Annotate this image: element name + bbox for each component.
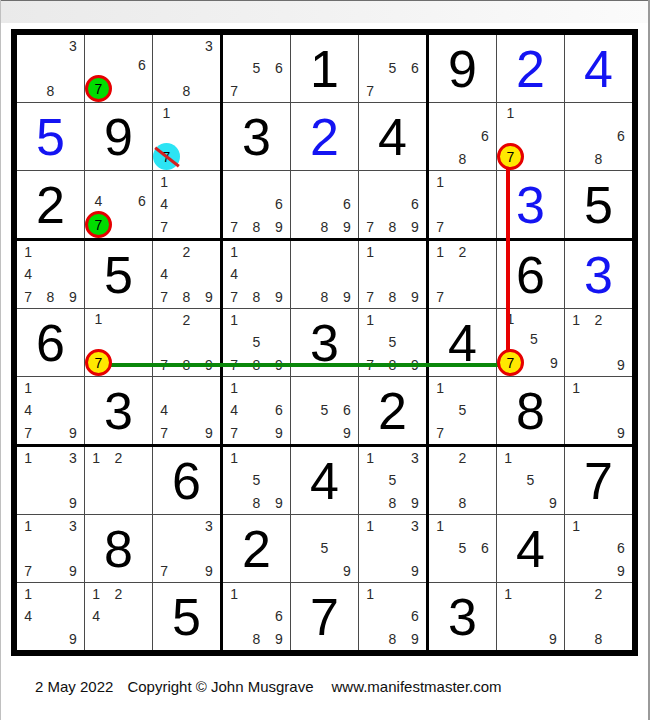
given-digit: 3 <box>104 385 133 437</box>
candidate-8: 8 <box>587 148 609 170</box>
candidate-9: 9 <box>62 492 84 514</box>
cell-r4c1[interactable]: 14789 <box>17 241 84 308</box>
given-digit: 8 <box>104 523 133 575</box>
cell-r7c8[interactable]: 159 <box>497 447 564 514</box>
cell-r5c1[interactable]: 6 <box>17 309 84 376</box>
candidate-1: 1 <box>17 583 39 605</box>
candidate-5: 5 <box>245 331 267 353</box>
cell-r7c7[interactable]: 28 <box>429 447 496 514</box>
candidate-2: 2 <box>587 309 609 331</box>
footer-website: www.manifestmaster.com <box>332 678 502 695</box>
candidate-grid: 17 <box>153 103 220 170</box>
cell-r7c1[interactable]: 139 <box>17 447 84 514</box>
candidate-9: 9 <box>542 628 564 650</box>
cell-r9c9[interactable]: 28 <box>565 583 632 650</box>
candidate-9: 9 <box>62 628 84 650</box>
candidate-6: 6 <box>268 193 290 215</box>
candidate-1: 1 <box>359 309 381 331</box>
solved-digit: 3 <box>516 179 545 231</box>
candidate-5: 5 <box>313 537 335 559</box>
candidate-1: 1 <box>497 309 524 329</box>
candidate-2: 2 <box>107 583 129 605</box>
candidate-grid: 38 <box>17 35 84 102</box>
cell-r2c6[interactable]: 4 <box>359 103 426 170</box>
cell-r9c3[interactable]: 5 <box>153 583 220 650</box>
circled-candidate-7: 7 <box>497 143 524 170</box>
candidate-7: 7 <box>359 80 381 102</box>
cell-r8c7[interactable]: 156 <box>429 515 496 582</box>
given-digit: 2 <box>36 179 65 231</box>
candidate-grid: 14679 <box>223 377 290 444</box>
candidate-4: 4 <box>223 399 245 421</box>
cell-r9c8[interactable]: 19 <box>497 583 564 650</box>
candidate-1: 1 <box>497 103 524 123</box>
given-digit: 7 <box>584 455 613 507</box>
candidate-7: 7 <box>17 560 39 582</box>
cell-r9c6[interactable]: 1689 <box>359 583 426 650</box>
candidate-grid: 169 <box>565 515 632 582</box>
candidate-1: 1 <box>223 447 245 469</box>
candidate-5: 5 <box>451 399 473 421</box>
candidate-9: 9 <box>198 422 220 444</box>
circled-candidate-7: 7 <box>85 75 112 102</box>
candidate-grid: 149 <box>17 583 84 650</box>
candidate-grid: 17 <box>429 171 496 238</box>
candidate-grid: 156 <box>429 515 496 582</box>
candidate-5: 5 <box>524 329 544 349</box>
candidate-9: 9 <box>404 560 426 582</box>
candidate-5: 5 <box>381 469 403 491</box>
candidate-8: 8 <box>381 628 403 650</box>
cell-r9c7[interactable]: 3 <box>429 583 496 650</box>
footer: 2 May 2022Copyright © John Musgravewww.m… <box>1 656 648 720</box>
candidate-grid: 67 <box>85 35 152 102</box>
candidate-1: 1 <box>17 377 39 399</box>
candidate-4: 4 <box>85 605 107 627</box>
cell-r8c3[interactable]: 379 <box>153 515 220 582</box>
candidate-8: 8 <box>175 80 197 102</box>
candidate-2: 2 <box>451 447 473 469</box>
chain-link-line-green <box>96 363 508 367</box>
candidate-4: 4 <box>153 193 175 215</box>
candidate-7: 7 <box>153 422 175 444</box>
candidate-6: 6 <box>404 193 426 215</box>
candidate-8: 8 <box>381 492 403 514</box>
candidate-1: 1 <box>429 241 451 263</box>
candidate-grid: 19 <box>497 583 564 650</box>
candidate-grid: 139 <box>359 515 426 582</box>
candidate-7: 7 <box>359 216 381 238</box>
cell-r3c9[interactable]: 5 <box>565 171 632 238</box>
cell-r6c8[interactable]: 8 <box>497 377 564 444</box>
candidate-grid: 68 <box>429 103 496 170</box>
candidate-8: 8 <box>313 286 335 308</box>
cell-r1c2[interactable]: 67 <box>85 35 152 102</box>
given-digit: 6 <box>172 455 201 507</box>
candidate-9: 9 <box>62 560 84 582</box>
candidate-6: 6 <box>132 191 152 211</box>
candidate-8: 8 <box>451 148 473 170</box>
solved-digit: 3 <box>584 249 613 301</box>
candidate-2: 2 <box>175 309 197 331</box>
candidate-grid: 38 <box>153 35 220 102</box>
candidate-9: 9 <box>336 286 358 308</box>
cell-r4c3[interactable]: 24789 <box>153 241 220 308</box>
cell-r6c3[interactable]: 479 <box>153 377 220 444</box>
candidate-7: 7 <box>153 560 175 582</box>
candidate-4: 4 <box>17 399 39 421</box>
given-digit: 4 <box>448 317 477 369</box>
candidate-9: 9 <box>268 492 290 514</box>
candidate-6: 6 <box>404 57 426 79</box>
given-digit: 5 <box>584 179 613 231</box>
circled-candidate-7: 7 <box>497 349 524 376</box>
candidate-9: 9 <box>610 422 632 444</box>
cell-r7c2[interactable]: 12 <box>85 447 152 514</box>
cell-r4c5[interactable]: 89 <box>291 241 358 308</box>
candidate-grid: 14789 <box>223 241 290 308</box>
cell-r2c2[interactable]: 9 <box>85 103 152 170</box>
chain-link-line-red <box>506 159 510 365</box>
candidate-grid: 127 <box>429 241 496 308</box>
circled-candidate-7: 7 <box>85 349 112 376</box>
cell-r8c2[interactable]: 8 <box>85 515 152 582</box>
candidate-8: 8 <box>245 628 267 650</box>
candidate-1: 1 <box>85 583 107 605</box>
given-digit: 9 <box>104 111 133 163</box>
candidate-grid: 1789 <box>359 241 426 308</box>
cell-r7c4[interactable]: 1589 <box>223 447 290 514</box>
cell-r3c2[interactable]: 467 <box>85 171 152 238</box>
candidate-6: 6 <box>268 399 290 421</box>
cell-r7c9[interactable]: 7 <box>565 447 632 514</box>
given-digit: 3 <box>310 317 339 369</box>
candidate-7: 7 <box>17 422 39 444</box>
cell-r3c1[interactable]: 2 <box>17 171 84 238</box>
candidate-5: 5 <box>313 399 335 421</box>
candidate-1: 1 <box>359 447 381 469</box>
cell-r6c6[interactable]: 2 <box>359 377 426 444</box>
given-digit: 3 <box>242 111 271 163</box>
cell-r6c7[interactable]: 157 <box>429 377 496 444</box>
candidate-1: 1 <box>223 583 245 605</box>
candidate-grid: 569 <box>291 377 358 444</box>
candidate-1: 1 <box>497 447 519 469</box>
candidate-grid: 17 <box>497 103 564 170</box>
candidate-3: 3 <box>62 447 84 469</box>
cell-r3c4[interactable]: 6789 <box>223 171 290 238</box>
candidate-9: 9 <box>336 560 358 582</box>
candidate-4: 4 <box>153 399 175 421</box>
candidate-5: 5 <box>381 57 403 79</box>
cell-r5c9[interactable]: 129 <box>565 309 632 376</box>
candidate-5: 5 <box>381 331 403 353</box>
cell-r8c9[interactable]: 169 <box>565 515 632 582</box>
candidate-3: 3 <box>198 515 220 537</box>
given-digit: 8 <box>516 385 545 437</box>
candidate-grid: 567 <box>359 35 426 102</box>
box-separator-vertical <box>220 35 223 650</box>
candidate-8: 8 <box>245 216 267 238</box>
candidate-5: 5 <box>519 469 541 491</box>
footer-text: 2 May 2022Copyright © John Musgravewww.m… <box>1 656 648 695</box>
cell-r1c7[interactable]: 9 <box>429 35 496 102</box>
cell-r3c3[interactable]: 147 <box>153 171 220 238</box>
candidate-1: 1 <box>429 377 451 399</box>
given-digit: 2 <box>242 523 271 575</box>
cell-r6c9[interactable]: 19 <box>565 377 632 444</box>
candidate-6: 6 <box>474 125 496 147</box>
candidate-9: 9 <box>610 560 632 582</box>
candidate-grid: 28 <box>565 583 632 650</box>
solved-digit: 5 <box>36 111 65 163</box>
window-banner <box>1 0 648 23</box>
candidate-grid: 159 <box>497 447 564 514</box>
cell-r9c1[interactable]: 149 <box>17 583 84 650</box>
candidate-grid: 89 <box>291 241 358 308</box>
cell-r4c4[interactable]: 14789 <box>223 241 290 308</box>
candidate-1: 1 <box>565 309 587 331</box>
cell-r7c5[interactable]: 4 <box>291 447 358 514</box>
candidate-8: 8 <box>313 216 335 238</box>
application-window: 3867385671567924591732468176824671476789… <box>0 0 650 720</box>
candidate-6: 6 <box>132 55 152 75</box>
candidate-grid: 157 <box>429 377 496 444</box>
candidate-8: 8 <box>587 628 609 650</box>
candidate-grid: 6789 <box>359 171 426 238</box>
candidate-grid: 14789 <box>17 241 84 308</box>
given-digit: 7 <box>310 591 339 643</box>
candidate-3: 3 <box>404 447 426 469</box>
candidate-8: 8 <box>39 80 61 102</box>
candidate-grid: 1689 <box>359 583 426 650</box>
candidate-8: 8 <box>175 286 197 308</box>
candidate-7: 7 <box>223 422 245 444</box>
cell-r4c9[interactable]: 3 <box>565 241 632 308</box>
cell-r9c4[interactable]: 1689 <box>223 583 290 650</box>
candidate-8: 8 <box>381 216 403 238</box>
candidate-1: 1 <box>429 171 451 193</box>
cell-r1c5[interactable]: 1 <box>291 35 358 102</box>
cell-r4c2[interactable]: 5 <box>85 241 152 308</box>
candidate-1: 1 <box>153 103 180 123</box>
candidate-grid: 567 <box>223 35 290 102</box>
candidate-6: 6 <box>404 605 426 627</box>
candidate-9: 9 <box>336 422 358 444</box>
candidate-4: 4 <box>17 605 39 627</box>
candidate-9: 9 <box>336 216 358 238</box>
candidate-7: 7 <box>359 286 381 308</box>
footer-date: 2 May 2022 <box>35 678 113 695</box>
candidate-2: 2 <box>175 241 197 263</box>
cell-r9c5[interactable]: 7 <box>291 583 358 650</box>
candidate-6: 6 <box>610 125 632 147</box>
cell-r3c5[interactable]: 689 <box>291 171 358 238</box>
cell-r7c3[interactable]: 6 <box>153 447 220 514</box>
candidate-grid: 379 <box>153 515 220 582</box>
cell-r2c4[interactable]: 3 <box>223 103 290 170</box>
given-digit: 4 <box>310 455 339 507</box>
candidate-9: 9 <box>268 422 290 444</box>
cell-r8c5[interactable]: 59 <box>291 515 358 582</box>
candidate-7: 7 <box>17 286 39 308</box>
candidate-1: 1 <box>223 241 245 263</box>
candidate-9: 9 <box>542 492 564 514</box>
given-digit: 3 <box>448 591 477 643</box>
candidate-9: 9 <box>404 286 426 308</box>
cell-r1c6[interactable]: 567 <box>359 35 426 102</box>
cell-r9c2[interactable]: 124 <box>85 583 152 650</box>
candidate-3: 3 <box>404 515 426 537</box>
candidate-9: 9 <box>544 349 564 376</box>
cell-r8c4[interactable]: 2 <box>223 515 290 582</box>
cell-r2c1[interactable]: 5 <box>17 103 84 170</box>
footer-copyright: Copyright © John Musgrave <box>127 678 313 695</box>
given-digit: 4 <box>378 111 407 163</box>
given-digit: 2 <box>378 385 407 437</box>
box-separator-horizontal <box>17 238 632 241</box>
elimination-strike-icon <box>154 146 179 167</box>
given-digit: 9 <box>448 43 477 95</box>
cell-r4c7[interactable]: 127 <box>429 241 496 308</box>
candidate-1: 1 <box>497 583 519 605</box>
candidate-1: 1 <box>359 515 381 537</box>
candidate-7: 7 <box>429 422 451 444</box>
candidate-grid: 12 <box>85 447 152 514</box>
candidate-1: 1 <box>85 447 107 469</box>
candidate-6: 6 <box>268 605 290 627</box>
candidate-8: 8 <box>381 286 403 308</box>
candidate-1: 1 <box>17 241 39 263</box>
cell-r2c5[interactable]: 2 <box>291 103 358 170</box>
circled-candidate-7: 7 <box>85 211 112 238</box>
solved-digit: 4 <box>584 43 613 95</box>
candidate-grid: 19 <box>565 377 632 444</box>
cell-r6c4[interactable]: 14679 <box>223 377 290 444</box>
candidate-7: 7 <box>223 216 245 238</box>
candidate-grid: 13589 <box>359 447 426 514</box>
given-digit: 4 <box>516 523 545 575</box>
candidate-4: 4 <box>85 191 112 211</box>
candidate-3: 3 <box>198 35 220 57</box>
cell-r8c6[interactable]: 139 <box>359 515 426 582</box>
candidate-9: 9 <box>268 286 290 308</box>
cell-r7c6[interactable]: 13589 <box>359 447 426 514</box>
cell-r1c4[interactable]: 567 <box>223 35 290 102</box>
candidate-9: 9 <box>198 560 220 582</box>
candidate-9: 9 <box>198 286 220 308</box>
candidate-9: 9 <box>610 354 632 376</box>
candidate-grid: 59 <box>291 515 358 582</box>
candidate-9: 9 <box>62 422 84 444</box>
candidate-6: 6 <box>610 537 632 559</box>
candidate-1: 1 <box>565 377 587 399</box>
candidate-6: 6 <box>268 57 290 79</box>
candidate-grid: 689 <box>291 171 358 238</box>
solved-digit: 2 <box>310 111 339 163</box>
candidate-1: 1 <box>223 309 245 331</box>
candidate-grid: 6789 <box>223 171 290 238</box>
candidate-9: 9 <box>62 286 84 308</box>
candidate-6: 6 <box>336 193 358 215</box>
candidate-grid: 124 <box>85 583 152 650</box>
candidate-7: 7 <box>429 216 451 238</box>
cell-r1c3[interactable]: 38 <box>153 35 220 102</box>
candidate-grid: 28 <box>429 447 496 514</box>
candidate-4: 4 <box>17 263 39 285</box>
candidate-8: 8 <box>245 492 267 514</box>
candidate-grid: 24789 <box>153 241 220 308</box>
candidate-7: 7 <box>223 80 245 102</box>
cell-r2c7[interactable]: 68 <box>429 103 496 170</box>
candidate-8: 8 <box>39 286 61 308</box>
candidate-grid: 1689 <box>223 583 290 650</box>
candidate-2: 2 <box>451 241 473 263</box>
candidate-8: 8 <box>245 286 267 308</box>
candidate-8: 8 <box>451 492 473 514</box>
cell-r3c6[interactable]: 6789 <box>359 171 426 238</box>
candidate-5: 5 <box>451 537 473 559</box>
candidate-1: 1 <box>153 171 175 193</box>
given-digit: 6 <box>36 317 65 369</box>
given-digit: 5 <box>104 249 133 301</box>
given-digit: 6 <box>516 249 545 301</box>
cell-r3c7[interactable]: 17 <box>429 171 496 238</box>
candidate-5: 5 <box>245 469 267 491</box>
candidate-grid: 129 <box>565 309 632 376</box>
candidate-3: 3 <box>62 35 84 57</box>
cell-r1c1[interactable]: 38 <box>17 35 84 102</box>
candidate-grid: 68 <box>565 103 632 170</box>
cell-r6c2[interactable]: 3 <box>85 377 152 444</box>
eliminated-candidate-7: 7 <box>153 143 180 170</box>
candidate-4: 4 <box>153 263 175 285</box>
candidate-grid: 467 <box>85 171 152 238</box>
box-separator-horizontal <box>17 444 632 447</box>
candidate-6: 6 <box>474 537 496 559</box>
sudoku-board[interactable]: 3867385671567924591732468176824671476789… <box>11 29 638 656</box>
candidate-grid: 139 <box>17 447 84 514</box>
given-digit: 5 <box>172 591 201 643</box>
cell-r4c6[interactable]: 1789 <box>359 241 426 308</box>
candidate-1: 1 <box>565 515 587 537</box>
cell-r2c9[interactable]: 68 <box>565 103 632 170</box>
cell-r6c5[interactable]: 569 <box>291 377 358 444</box>
candidate-6: 6 <box>336 399 358 421</box>
cell-r1c9[interactable]: 4 <box>565 35 632 102</box>
cell-r8c1[interactable]: 1379 <box>17 515 84 582</box>
given-digit: 1 <box>310 43 339 95</box>
candidate-9: 9 <box>404 628 426 650</box>
cell-r2c8[interactable]: 17 <box>497 103 564 170</box>
cell-r6c1[interactable]: 1479 <box>17 377 84 444</box>
candidate-grid: 147 <box>153 171 220 238</box>
candidate-1: 1 <box>17 447 39 469</box>
candidate-5: 5 <box>245 57 267 79</box>
candidate-4: 4 <box>223 263 245 285</box>
candidate-7: 7 <box>223 286 245 308</box>
cell-r2c3[interactable]: 17 <box>153 103 220 170</box>
cell-r1c8[interactable]: 2 <box>497 35 564 102</box>
candidate-1: 1 <box>223 377 245 399</box>
candidate-1: 1 <box>359 241 381 263</box>
candidate-1: 1 <box>85 309 112 329</box>
candidate-7: 7 <box>153 286 175 308</box>
cell-r8c8[interactable]: 4 <box>497 515 564 582</box>
candidate-7: 7 <box>429 286 451 308</box>
candidate-1: 1 <box>359 583 381 605</box>
candidate-9: 9 <box>404 492 426 514</box>
